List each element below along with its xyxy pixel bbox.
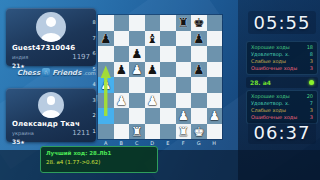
piece-white-pawn[interactable]: ♟ — [176, 108, 192, 124]
stat-row: Хорошие ходы18 — [251, 44, 313, 51]
square-e8[interactable] — [160, 15, 176, 31]
chessfriends-logo: Chess ♘ Friends .com — [17, 68, 96, 77]
square-b3[interactable]: ♟ — [114, 93, 130, 109]
piece-white-rook[interactable]: ♜ — [129, 124, 145, 140]
stat-label: Ошибочные ходы — [251, 114, 297, 121]
square-d2[interactable] — [145, 108, 161, 124]
square-a2[interactable] — [98, 108, 114, 124]
stat-value: 7 — [310, 100, 313, 107]
stat-label: Хорошие ходы — [251, 93, 290, 100]
move-status-dot-icon — [309, 80, 314, 85]
square-a1[interactable] — [98, 124, 114, 140]
square-h3[interactable] — [207, 93, 223, 109]
logo-text-left: Chess — [17, 69, 40, 77]
stat-value: 3 — [310, 114, 313, 121]
logo-shield-icon: ♘ — [42, 68, 50, 77]
square-g8[interactable]: ♚ — [191, 15, 207, 31]
square-b8[interactable] — [114, 15, 130, 31]
star-icon: ★ — [20, 139, 24, 145]
square-g7[interactable]: ♟ — [191, 31, 207, 47]
stat-label: Слабые ходы — [251, 107, 286, 114]
square-a4[interactable]: ♟ — [98, 77, 114, 93]
stat-label: Ошибочные ходы — [251, 65, 297, 72]
avatar-body-icon — [42, 110, 60, 118]
square-e6[interactable] — [160, 46, 176, 62]
square-h5[interactable] — [207, 62, 223, 78]
rank-label: 1 — [91, 124, 97, 140]
stat-value: 18 — [307, 44, 313, 51]
player-rating: 1211 — [72, 129, 90, 137]
square-f7[interactable] — [176, 31, 192, 47]
square-h6[interactable] — [207, 46, 223, 62]
square-h4[interactable] — [207, 77, 223, 93]
square-h7[interactable] — [207, 31, 223, 47]
square-g4[interactable] — [191, 77, 207, 93]
square-f8[interactable]: ♜ — [176, 15, 192, 31]
stat-value: 8 — [310, 51, 313, 58]
square-f4[interactable] — [176, 77, 192, 93]
piece-white-pawn[interactable]: ♟ — [129, 62, 145, 78]
chess-board-area: 87654321 ♜♚♟♝♟♟♟♟♟♟♟♟♟♟♟♜♜♚ ABCDEFGH — [98, 15, 222, 139]
rank-labels: 87654321 — [91, 15, 97, 139]
stat-row: Слабые ходы3 — [251, 107, 313, 114]
current-move-row[interactable]: 28. a4 — [246, 77, 318, 88]
piece-white-rook[interactable]: ♜ — [176, 124, 192, 140]
rank-label: 7 — [91, 31, 97, 47]
player-rating: 1197 — [72, 53, 90, 61]
stat-label: Хорошие ходы — [251, 44, 290, 51]
move-text: 28. a4 — [250, 79, 271, 86]
rank-label: 3 — [91, 93, 97, 109]
square-b1[interactable] — [114, 124, 130, 140]
player-country: украина — [12, 130, 34, 136]
square-b5[interactable]: ♟ — [114, 62, 130, 78]
player-card-bottom[interactable]: Олександр Ткач украина 1211 35★ — [6, 88, 96, 142]
piece-black-bishop[interactable]: ♝ — [145, 31, 161, 47]
app-root: Chess ♘ Friends .com Chess ♘ Friends .co… — [0, 0, 320, 180]
player-country: индия — [12, 54, 28, 60]
square-b7[interactable] — [114, 31, 130, 47]
square-c4[interactable] — [129, 77, 145, 93]
clock-top-player: 05:55 — [248, 11, 316, 34]
square-d6[interactable] — [145, 46, 161, 62]
clock-bottom-player: 06:37 — [248, 121, 316, 144]
square-g6[interactable] — [191, 46, 207, 62]
player-card-top[interactable]: Guest47310046 индия 1197 21★ — [6, 8, 96, 66]
player-name: Олександр Ткач — [12, 120, 90, 128]
move-quality-stats-top: Хорошие ходы18Удовлетвор. х.8Слабые ходы… — [246, 41, 318, 75]
square-c2[interactable] — [129, 108, 145, 124]
piece-white-pawn[interactable]: ♟ — [114, 93, 130, 109]
square-f2[interactable]: ♟ — [176, 108, 192, 124]
square-d7[interactable]: ♝ — [145, 31, 161, 47]
square-f6[interactable] — [176, 46, 192, 62]
square-a5[interactable] — [98, 62, 114, 78]
square-a3[interactable] — [98, 93, 114, 109]
square-e1[interactable] — [160, 124, 176, 140]
square-c5[interactable]: ♟ — [129, 62, 145, 78]
stat-value: 3 — [310, 58, 313, 65]
piece-black-king[interactable]: ♚ — [191, 15, 207, 31]
file-label: H — [207, 140, 223, 146]
piece-white-king[interactable]: ♚ — [191, 124, 207, 140]
square-b4[interactable] — [114, 77, 130, 93]
file-label: F — [176, 140, 192, 146]
star-icon: ★ — [20, 63, 24, 69]
rank-label: 4 — [91, 77, 97, 93]
square-d3[interactable]: ♟ — [145, 93, 161, 109]
square-g3[interactable] — [191, 93, 207, 109]
piece-black-pawn[interactable]: ♟ — [114, 62, 130, 78]
rank-label: 8 — [91, 15, 97, 31]
rank-label: 6 — [91, 46, 97, 62]
stat-row: Ошибочные ходы3 — [251, 65, 313, 72]
square-d5[interactable]: ♟ — [145, 62, 161, 78]
player-stars: 35★ — [12, 138, 90, 145]
square-d1[interactable] — [145, 124, 161, 140]
piece-black-pawn[interactable]: ♟ — [129, 46, 145, 62]
square-a8[interactable] — [98, 15, 114, 31]
square-d4[interactable] — [145, 77, 161, 93]
square-f5[interactable] — [176, 62, 192, 78]
rank-label: 5 — [91, 62, 97, 78]
rank-label: 2 — [91, 108, 97, 124]
analysis-box: Лучший ход: 28.Лb1 28. a4 (1.77->0.62) — [40, 146, 158, 173]
stat-row: Удовлетвор. х.8 — [251, 51, 313, 58]
square-f1[interactable]: ♜ — [176, 124, 192, 140]
avatar-body-icon — [41, 33, 61, 42]
avatar[interactable] — [38, 92, 64, 118]
player-name: Guest47310046 — [12, 44, 90, 52]
piece-black-pawn[interactable]: ♟ — [98, 31, 114, 47]
square-e5[interactable] — [160, 62, 176, 78]
stat-value: 20 — [307, 93, 313, 100]
stat-label: Удовлетвор. х. — [251, 100, 290, 107]
stat-row: Удовлетвор. х.7 — [251, 100, 313, 107]
avatar[interactable] — [36, 12, 66, 42]
stat-value: 3 — [310, 107, 313, 114]
square-e3[interactable] — [160, 93, 176, 109]
square-a7[interactable]: ♟ — [98, 31, 114, 47]
square-b2[interactable] — [114, 108, 130, 124]
square-c3[interactable] — [129, 93, 145, 109]
piece-white-pawn[interactable]: ♟ — [98, 77, 114, 93]
stat-label: Слабые ходы — [251, 58, 286, 65]
square-h2[interactable]: ♟ — [207, 108, 223, 124]
square-h1[interactable] — [207, 124, 223, 140]
square-g1[interactable]: ♚ — [191, 124, 207, 140]
stat-row: Слабые ходы3 — [251, 58, 313, 65]
square-c8[interactable] — [129, 15, 145, 31]
logo-text-right: Friends — [52, 69, 81, 77]
piece-black-rook[interactable]: ♜ — [176, 15, 192, 31]
square-b6[interactable] — [114, 46, 130, 62]
avatar-head-icon — [46, 17, 56, 27]
square-e2[interactable] — [160, 108, 176, 124]
move-quality-stats-bottom: Хорошие ходы20Удовлетвор. х.7Слабые ходы… — [246, 90, 318, 124]
square-f3[interactable] — [176, 93, 192, 109]
stat-row: Хорошие ходы20 — [251, 93, 313, 100]
piece-black-pawn[interactable]: ♟ — [191, 62, 207, 78]
chess-board[interactable]: ♜♚♟♝♟♟♟♟♟♟♟♟♟♟♟♜♜♚ — [98, 15, 222, 139]
player-stars: 21★ — [12, 62, 90, 69]
square-a6[interactable] — [98, 46, 114, 62]
square-g5[interactable]: ♟ — [191, 62, 207, 78]
piece-black-pawn[interactable]: ♟ — [145, 62, 161, 78]
stat-value: 3 — [310, 65, 313, 72]
square-c6[interactable]: ♟ — [129, 46, 145, 62]
best-move-text: Лучший ход: 28.Лb1 — [46, 150, 152, 156]
played-move-eval: 28. a4 (1.77->0.62) — [46, 159, 152, 165]
square-e4[interactable] — [160, 77, 176, 93]
avatar-head-icon — [47, 96, 56, 105]
square-h8[interactable] — [207, 15, 223, 31]
stat-row: Ошибочные ходы3 — [251, 114, 313, 121]
piece-white-pawn[interactable]: ♟ — [145, 93, 161, 109]
piece-white-pawn[interactable]: ♟ — [207, 108, 223, 124]
square-c1[interactable]: ♜ — [129, 124, 145, 140]
piece-black-pawn[interactable]: ♟ — [191, 31, 207, 47]
stat-label: Удовлетвор. х. — [251, 51, 290, 58]
square-c7[interactable] — [129, 31, 145, 47]
file-label: G — [191, 140, 207, 146]
file-label: E — [160, 140, 176, 146]
square-e7[interactable] — [160, 31, 176, 47]
square-g2[interactable] — [191, 108, 207, 124]
square-d8[interactable] — [145, 15, 161, 31]
